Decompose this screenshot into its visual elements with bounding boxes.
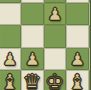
square-e1[interactable]: ♚: [44, 70, 67, 90]
square-f3[interactable]: [66, 25, 89, 48]
square-c3[interactable]: [0, 25, 21, 48]
white-pawn-e4[interactable]: ♟: [44, 4, 67, 27]
square-g3[interactable]: [89, 25, 91, 48]
white-bishop-f1[interactable]: ♝: [66, 71, 89, 90]
square-c2[interactable]: ♟: [0, 48, 21, 71]
chess-board: ♟♟♟♟♝♛♚♝: [0, 0, 90, 90]
square-d3[interactable]: [21, 25, 44, 48]
square-g2[interactable]: [89, 48, 91, 71]
square-e3[interactable]: [44, 25, 67, 48]
white-pawn-c2[interactable]: ♟: [0, 49, 21, 72]
square-g4[interactable]: [89, 3, 91, 26]
square-g1[interactable]: [89, 70, 91, 90]
square-e2[interactable]: [44, 48, 67, 71]
white-king-e1[interactable]: ♚: [44, 71, 67, 90]
white-bishop-c1[interactable]: ♝: [0, 71, 21, 90]
chess-app-window: ♟♟♟♟♝♛♚♝: [0, 0, 90, 90]
white-pawn-d2[interactable]: ♟: [21, 49, 44, 72]
square-c1[interactable]: ♝: [0, 70, 21, 90]
square-f1[interactable]: ♝: [66, 70, 89, 90]
square-d1[interactable]: ♛: [21, 70, 44, 90]
white-pawn-f2[interactable]: ♟: [66, 49, 89, 72]
square-c4[interactable]: [0, 3, 21, 26]
square-d4[interactable]: [21, 3, 44, 26]
square-d2[interactable]: ♟: [21, 48, 44, 71]
white-queen-d1[interactable]: ♛: [21, 71, 44, 90]
square-f4[interactable]: [66, 3, 89, 26]
square-e4[interactable]: ♟: [44, 3, 67, 26]
square-f2[interactable]: ♟: [66, 48, 89, 71]
